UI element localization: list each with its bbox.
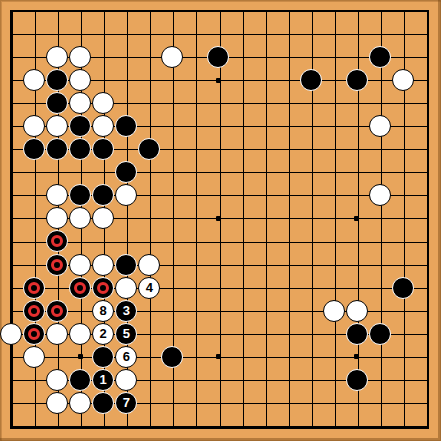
board-cell	[230, 0, 253, 23]
board-cell	[115, 115, 138, 138]
board-cell	[345, 46, 368, 69]
board-cell	[23, 115, 46, 138]
board-cell	[414, 92, 437, 115]
board-cell	[161, 299, 184, 322]
board-cell	[161, 414, 184, 437]
board-cell	[345, 230, 368, 253]
board-cell	[184, 184, 207, 207]
board-cell	[322, 161, 345, 184]
board-cell	[414, 253, 437, 276]
board-cell	[253, 253, 276, 276]
board-cell	[230, 368, 253, 391]
board-cell	[391, 345, 414, 368]
board-cell	[46, 23, 69, 46]
stones-layer: 48325617	[0, 0, 437, 437]
board-cell	[299, 46, 322, 69]
board-cell	[276, 115, 299, 138]
board-cell	[276, 207, 299, 230]
move-number-label: 1	[100, 373, 107, 386]
white-stone	[0, 323, 22, 345]
board-cell	[184, 23, 207, 46]
black-stone	[207, 46, 229, 68]
board-cell: 5	[115, 322, 138, 345]
black-stone	[346, 369, 368, 391]
board-cell	[299, 207, 322, 230]
board-cell	[207, 138, 230, 161]
board-cell	[161, 322, 184, 345]
board-cell	[115, 368, 138, 391]
board-cell	[253, 184, 276, 207]
white-stone: 2	[92, 323, 114, 345]
board-cell	[161, 391, 184, 414]
white-stone	[46, 369, 68, 391]
board-cell	[414, 276, 437, 299]
board-cell	[414, 345, 437, 368]
board-cell	[253, 92, 276, 115]
board-cell	[184, 345, 207, 368]
board-cell	[276, 46, 299, 69]
board-cell	[207, 184, 230, 207]
board-cell	[345, 345, 368, 368]
board-cell	[322, 299, 345, 322]
board-cell	[138, 92, 161, 115]
board-cell	[322, 184, 345, 207]
board-cell	[138, 46, 161, 69]
board-cell	[207, 414, 230, 437]
move-number-label: 5	[123, 327, 130, 340]
star-point	[216, 354, 221, 359]
white-stone	[46, 323, 68, 345]
board-cell	[391, 184, 414, 207]
board-cell	[69, 161, 92, 184]
board-cell	[138, 115, 161, 138]
board-cell	[161, 368, 184, 391]
board-cell	[138, 184, 161, 207]
white-stone	[23, 346, 45, 368]
board-cell	[92, 414, 115, 437]
board-cell	[322, 391, 345, 414]
board-cell	[230, 46, 253, 69]
board-cell	[69, 0, 92, 23]
board-cell	[69, 345, 92, 368]
board-cell	[161, 207, 184, 230]
board-cell	[161, 276, 184, 299]
board-cell	[46, 46, 69, 69]
board-cell	[207, 299, 230, 322]
board-cell	[299, 115, 322, 138]
move-number-label: 8	[100, 304, 107, 317]
black-stone	[23, 277, 45, 299]
white-stone	[69, 46, 91, 68]
board-cell	[345, 0, 368, 23]
black-stone	[392, 277, 414, 299]
board-cell	[69, 92, 92, 115]
board-cell	[0, 299, 23, 322]
white-stone	[346, 300, 368, 322]
white-stone	[23, 115, 45, 137]
board-cell	[322, 138, 345, 161]
board-cell	[322, 276, 345, 299]
board-cell	[276, 69, 299, 92]
board-cell	[230, 299, 253, 322]
black-stone	[115, 115, 137, 137]
board-cell	[414, 115, 437, 138]
board-cell	[322, 322, 345, 345]
board-cell	[230, 345, 253, 368]
board-cell	[276, 92, 299, 115]
board-cell	[276, 184, 299, 207]
board-cell	[46, 92, 69, 115]
white-stone	[69, 323, 91, 345]
board-cell	[69, 230, 92, 253]
board-cell	[414, 161, 437, 184]
black-stone	[69, 277, 91, 299]
board-cell	[253, 69, 276, 92]
board-cell	[0, 230, 23, 253]
star-point	[354, 354, 359, 359]
board-cell	[299, 23, 322, 46]
board-cell	[0, 161, 23, 184]
board-cell	[414, 322, 437, 345]
board-cell	[161, 69, 184, 92]
board-cell	[230, 276, 253, 299]
board-cell	[138, 391, 161, 414]
board-cell	[69, 46, 92, 69]
board-cell	[345, 207, 368, 230]
board-cell	[0, 115, 23, 138]
board-cell	[414, 207, 437, 230]
board-cell	[322, 92, 345, 115]
board-cell	[0, 276, 23, 299]
board-cell	[322, 345, 345, 368]
white-stone	[323, 300, 345, 322]
star-point	[354, 216, 359, 221]
board-cell	[322, 368, 345, 391]
board-cell	[345, 138, 368, 161]
board-cell	[322, 69, 345, 92]
board-cell	[368, 253, 391, 276]
board-cell	[138, 253, 161, 276]
board-cell	[92, 46, 115, 69]
move-number-label: 2	[100, 327, 107, 340]
black-stone	[369, 46, 391, 68]
board-cell	[299, 0, 322, 23]
black-stone	[92, 184, 114, 206]
board-cell	[0, 138, 23, 161]
board-cell	[69, 299, 92, 322]
board-cell	[46, 138, 69, 161]
black-stone	[46, 230, 68, 252]
board-cell	[391, 161, 414, 184]
board-cell	[46, 322, 69, 345]
board-cell	[276, 414, 299, 437]
board-cell	[23, 299, 46, 322]
black-stone: 1	[92, 369, 114, 391]
black-stone	[46, 254, 68, 276]
board-cell	[230, 69, 253, 92]
board-cell	[253, 207, 276, 230]
board-cell	[115, 23, 138, 46]
board-cell	[299, 92, 322, 115]
move-number-label: 6	[123, 350, 130, 363]
board-cell	[23, 46, 46, 69]
board-cell	[414, 391, 437, 414]
board-cell	[276, 253, 299, 276]
circle-marker	[97, 282, 109, 294]
board-cell	[391, 69, 414, 92]
board-cell	[161, 138, 184, 161]
board-cell	[46, 253, 69, 276]
board-cell	[299, 138, 322, 161]
board-cell	[69, 138, 92, 161]
white-stone	[115, 369, 137, 391]
board-cell	[391, 207, 414, 230]
black-stone	[92, 392, 114, 414]
board-cell	[161, 184, 184, 207]
board-cell	[92, 69, 115, 92]
board-cell	[276, 230, 299, 253]
black-stone	[300, 69, 322, 91]
black-stone	[138, 138, 160, 160]
board-cell	[368, 115, 391, 138]
board-cell	[276, 368, 299, 391]
black-stone	[346, 69, 368, 91]
black-stone: 7	[115, 392, 137, 414]
board-cell	[0, 368, 23, 391]
board-cell	[0, 92, 23, 115]
board-cell	[276, 23, 299, 46]
board-cell	[161, 345, 184, 368]
board-cell	[230, 115, 253, 138]
board-cell	[230, 230, 253, 253]
board-cell	[345, 92, 368, 115]
black-stone	[46, 92, 68, 114]
board-cell	[0, 253, 23, 276]
black-stone	[69, 138, 91, 160]
black-stone	[115, 254, 137, 276]
black-stone	[92, 277, 114, 299]
board-cell	[92, 230, 115, 253]
board-cell	[345, 391, 368, 414]
board-cell	[322, 0, 345, 23]
circle-marker	[74, 282, 86, 294]
board-cell	[414, 69, 437, 92]
white-stone	[161, 46, 183, 68]
white-stone: 6	[115, 346, 137, 368]
board-cell	[276, 276, 299, 299]
board-cell	[69, 276, 92, 299]
board-cell	[92, 138, 115, 161]
board-cell	[46, 184, 69, 207]
white-stone	[69, 254, 91, 276]
board-cell	[69, 391, 92, 414]
board-cell	[46, 276, 69, 299]
board-cell	[184, 46, 207, 69]
black-stone: 5	[115, 323, 137, 345]
board-cell	[322, 414, 345, 437]
board-cell	[276, 345, 299, 368]
board-cell	[46, 207, 69, 230]
board-cell	[276, 322, 299, 345]
board-cell	[207, 0, 230, 23]
white-stone: 8	[92, 300, 114, 322]
board-cell	[414, 184, 437, 207]
board-cell	[253, 115, 276, 138]
board-cell	[299, 184, 322, 207]
board-cell	[46, 299, 69, 322]
board-cell	[92, 276, 115, 299]
board-cell	[299, 345, 322, 368]
board-cell	[299, 299, 322, 322]
board-cell	[138, 138, 161, 161]
board-cell	[69, 115, 92, 138]
board-cell	[253, 161, 276, 184]
black-stone	[69, 369, 91, 391]
board-cell	[368, 46, 391, 69]
board-cell: 1	[92, 368, 115, 391]
white-stone	[69, 207, 91, 229]
board-cell	[299, 391, 322, 414]
board-cell	[368, 276, 391, 299]
board-cell	[414, 414, 437, 437]
board-cell	[138, 345, 161, 368]
board-cell	[184, 0, 207, 23]
board-cell	[207, 276, 230, 299]
board-cell	[23, 322, 46, 345]
board-cell	[207, 23, 230, 46]
board-cell	[299, 276, 322, 299]
board-cell	[92, 0, 115, 23]
board-cell	[368, 414, 391, 437]
board-cell	[138, 230, 161, 253]
move-number-label: 4	[146, 281, 153, 294]
board-cell	[253, 299, 276, 322]
board-cell	[138, 69, 161, 92]
board-cell	[184, 391, 207, 414]
board-cell	[253, 230, 276, 253]
board-cell	[23, 414, 46, 437]
black-stone	[115, 161, 137, 183]
white-stone	[369, 115, 391, 137]
board-cell	[230, 322, 253, 345]
board-cell	[207, 69, 230, 92]
board-cell	[391, 0, 414, 23]
board-cell	[207, 322, 230, 345]
board-cell	[161, 92, 184, 115]
board-cell	[184, 368, 207, 391]
star-point	[216, 216, 221, 221]
board-cell	[138, 161, 161, 184]
board-cell	[322, 230, 345, 253]
board-cell	[92, 253, 115, 276]
board-cell	[69, 322, 92, 345]
board-cell: 6	[115, 345, 138, 368]
board-cell	[115, 230, 138, 253]
board-cell	[207, 230, 230, 253]
board-cell	[0, 414, 23, 437]
board-cell	[69, 253, 92, 276]
board-cell	[46, 161, 69, 184]
white-stone	[46, 46, 68, 68]
board-cell	[0, 322, 23, 345]
board-cell	[0, 391, 23, 414]
board-cell	[391, 92, 414, 115]
board-cell	[115, 161, 138, 184]
board-cell	[0, 23, 23, 46]
board-cell	[23, 207, 46, 230]
board-cell	[368, 138, 391, 161]
board-cell	[184, 207, 207, 230]
board-cell	[230, 161, 253, 184]
black-stone	[92, 138, 114, 160]
board-cell	[207, 92, 230, 115]
board-cell	[253, 345, 276, 368]
board-cell	[69, 69, 92, 92]
white-stone	[92, 115, 114, 137]
board-cell	[368, 23, 391, 46]
board-cell	[23, 23, 46, 46]
white-stone	[92, 207, 114, 229]
board-cell	[368, 299, 391, 322]
white-stone	[46, 184, 68, 206]
board-cell	[345, 299, 368, 322]
board-cell	[253, 414, 276, 437]
board-cell	[161, 23, 184, 46]
board-cell	[230, 253, 253, 276]
star-point	[216, 78, 221, 83]
board-cell	[184, 299, 207, 322]
board-cell	[368, 69, 391, 92]
board-cell	[253, 276, 276, 299]
board-cell	[161, 0, 184, 23]
board-cell	[391, 299, 414, 322]
board-cell	[0, 69, 23, 92]
board-cell	[207, 391, 230, 414]
board-cell	[230, 391, 253, 414]
board-cell	[0, 184, 23, 207]
board-cell	[391, 276, 414, 299]
board-cell	[184, 276, 207, 299]
board-cell	[391, 322, 414, 345]
board-cell	[414, 138, 437, 161]
board-cell	[23, 161, 46, 184]
board-cell	[345, 69, 368, 92]
board-cell	[391, 23, 414, 46]
board-cell	[322, 46, 345, 69]
board-cell	[368, 230, 391, 253]
board-cell	[161, 115, 184, 138]
board-cell	[322, 207, 345, 230]
board-cell	[207, 368, 230, 391]
move-number-label: 7	[123, 396, 130, 409]
board-cell	[161, 230, 184, 253]
board-cell	[115, 69, 138, 92]
board-cell	[115, 184, 138, 207]
black-stone	[369, 323, 391, 345]
white-stone	[392, 69, 414, 91]
board-cell	[414, 230, 437, 253]
board-cell	[115, 0, 138, 23]
board-cell	[115, 207, 138, 230]
black-stone	[23, 138, 45, 160]
board-cell	[207, 207, 230, 230]
board-cell	[207, 253, 230, 276]
board-cell	[414, 0, 437, 23]
board-cell	[299, 161, 322, 184]
board-cell	[92, 184, 115, 207]
board-cell	[230, 23, 253, 46]
board-cell	[184, 138, 207, 161]
